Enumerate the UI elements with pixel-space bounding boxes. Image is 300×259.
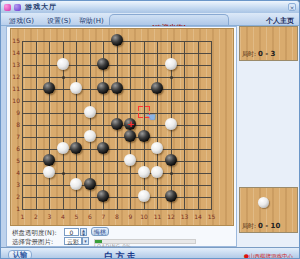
row-label: 5 — [11, 158, 20, 164]
white-stone[interactable] — [84, 106, 96, 118]
col-label: 12 — [167, 214, 176, 220]
black-stone[interactable] — [138, 130, 150, 142]
opponent-tray: 局时: 0 - 3 — [239, 26, 298, 61]
grid-hline — [22, 113, 212, 114]
black-stone[interactable] — [111, 118, 123, 130]
black-stone[interactable] — [151, 82, 163, 94]
col-label: 2 — [32, 214, 41, 220]
window-title: 游戏大厅 — [25, 2, 57, 12]
board-options: 棋盘透明度(N): 0 ▲▼ 悔棋 选择背景图片: 云彩 ▾ LOADING 0… — [7, 227, 236, 246]
row-label: 13 — [11, 62, 20, 68]
grid-hline — [22, 185, 212, 186]
black-stone[interactable] — [97, 190, 109, 202]
black-stone[interactable] — [124, 130, 136, 142]
players-panel: 局时: 0 - 3 局时: 0 - 10 — [237, 26, 300, 247]
black-stone[interactable] — [84, 178, 96, 190]
black-stone[interactable] — [165, 154, 177, 166]
black-stone[interactable] — [97, 82, 109, 94]
row-label: 14 — [11, 50, 20, 56]
row-label: 3 — [11, 182, 20, 188]
col-label: 15 — [207, 214, 216, 220]
col-label: 13 — [180, 214, 189, 220]
black-stone[interactable] — [111, 82, 123, 94]
star-point — [62, 76, 65, 79]
status-bar: 认输 白方走 ●山西棋牌游戏中心 — [1, 247, 299, 259]
star-point — [62, 172, 65, 175]
menu-bar: 游戏(G) 设置(S) 帮助(H) !欢迎光临! 个人主页 — [1, 13, 299, 26]
background-label: 选择背景图片: — [12, 238, 53, 247]
black-stone[interactable] — [43, 82, 55, 94]
combo-arrow-icon[interactable]: ▾ — [82, 237, 89, 245]
gomoku-board[interactable]: 1234567891011121314151514131211109876543… — [10, 28, 234, 226]
transparency-input[interactable]: 0 — [64, 228, 79, 236]
row-label: 8 — [11, 122, 20, 128]
grid-hline — [22, 77, 212, 78]
title-bar: 游戏大厅 × — [1, 1, 299, 13]
white-stone[interactable] — [70, 82, 82, 94]
star-point — [170, 172, 173, 175]
grid-hline — [22, 101, 212, 102]
white-stone[interactable] — [43, 166, 55, 178]
black-stone[interactable] — [165, 190, 177, 202]
col-label: 3 — [45, 214, 54, 220]
grid-hline — [22, 209, 212, 210]
row-label: 15 — [11, 38, 20, 44]
row-label: 9 — [11, 110, 20, 116]
col-label: 9 — [126, 214, 135, 220]
opponent-time: 局时: 0 - 3 — [242, 50, 275, 59]
row-label: 6 — [11, 146, 20, 152]
resign-button[interactable]: 认输 — [8, 250, 32, 259]
black-stone[interactable] — [111, 34, 123, 46]
grid-hline — [22, 149, 212, 150]
white-stone[interactable] — [57, 58, 69, 70]
col-label: 7 — [99, 214, 108, 220]
row-label: 4 — [11, 170, 20, 176]
white-stone[interactable] — [151, 166, 163, 178]
white-stone[interactable] — [124, 154, 136, 166]
app-logo2-icon — [14, 4, 21, 11]
turn-indicator: 白方走 — [71, 250, 171, 259]
grid-hline — [22, 197, 212, 198]
col-label: 8 — [113, 214, 122, 220]
welcome-banner: !欢迎光临! — [109, 14, 229, 25]
close-icon[interactable]: × — [288, 3, 296, 11]
app-window: 游戏大厅 × 游戏(G) 设置(S) 帮助(H) !欢迎光临! 个人主页 123… — [0, 0, 300, 259]
white-stone[interactable] — [138, 166, 150, 178]
grid-hline — [22, 53, 212, 54]
undo-button[interactable]: 悔棋 — [91, 227, 109, 236]
star-point — [170, 76, 173, 79]
transparency-label: 棋盘透明度(N): — [12, 229, 57, 238]
row-label: 2 — [11, 194, 20, 200]
black-stone[interactable] — [43, 154, 55, 166]
white-stone[interactable] — [165, 58, 177, 70]
brand-text: ●山西棋牌游戏中心 — [244, 252, 293, 259]
background-select[interactable]: 云彩 — [64, 237, 82, 245]
col-label: 5 — [72, 214, 81, 220]
col-label: 6 — [86, 214, 95, 220]
grid-hline — [22, 137, 212, 138]
white-stone[interactable] — [165, 118, 177, 130]
col-label: 1 — [18, 214, 27, 220]
white-stone[interactable] — [70, 178, 82, 190]
col-label: 4 — [59, 214, 68, 220]
player-tray: 局时: 0 - 10 — [239, 187, 298, 233]
white-stone-indicator — [258, 197, 269, 208]
grid-hline — [22, 65, 212, 66]
col-label: 10 — [140, 214, 149, 220]
row-label: 11 — [11, 86, 20, 92]
white-stone[interactable] — [84, 130, 96, 142]
row-label: 12 — [11, 74, 20, 80]
black-stone[interactable] — [70, 142, 82, 154]
black-stone[interactable] — [97, 58, 109, 70]
row-label: 1 — [11, 206, 20, 212]
black-stone[interactable] — [97, 142, 109, 154]
last-move-marker: + — [127, 120, 135, 129]
white-stone[interactable] — [138, 190, 150, 202]
row-label: 7 — [11, 134, 20, 140]
spinner-arrows-icon[interactable]: ▲▼ — [80, 228, 87, 236]
row-label: 10 — [11, 98, 20, 104]
player-time: 局时: 0 - 10 — [242, 222, 280, 231]
homepage-link[interactable]: 个人主页 — [266, 16, 294, 26]
white-stone[interactable] — [151, 142, 163, 154]
hand-cursor-icon: ☚ — [146, 110, 157, 124]
col-label: 14 — [194, 214, 203, 220]
col-label: 11 — [153, 214, 162, 220]
game-panel: 1234567891011121314151514131211109876543… — [6, 26, 237, 247]
app-logo-icon — [4, 4, 11, 11]
white-stone[interactable] — [57, 142, 69, 154]
